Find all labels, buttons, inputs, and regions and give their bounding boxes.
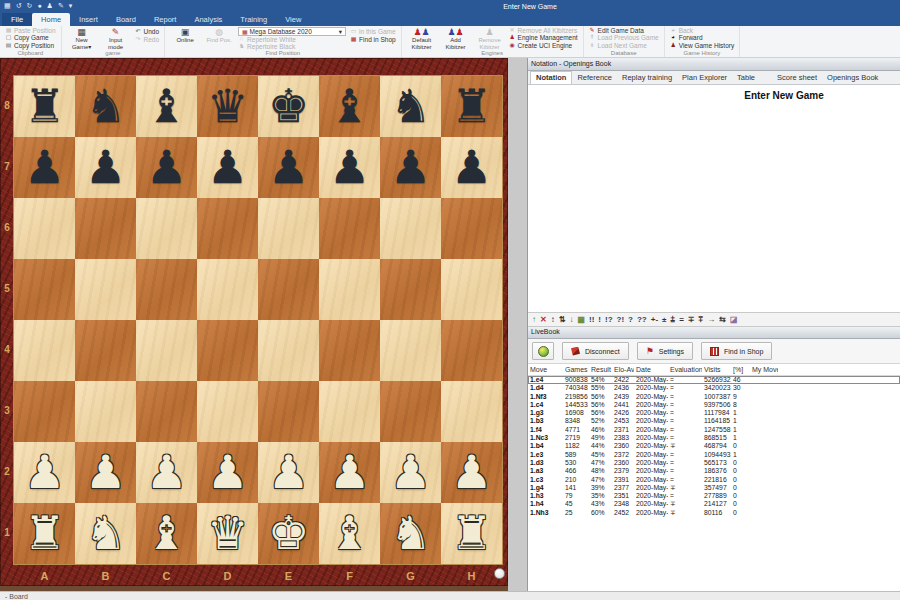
ribbon-tab-training[interactable]: Training: [231, 13, 276, 26]
annotation-symbol-7[interactable]: !: [598, 314, 601, 325]
livebook-cell: 1.e3: [528, 451, 563, 459]
annotation-symbol-3[interactable]: ⇅: [559, 314, 566, 325]
app-window: ▦↺↻●♟✎▾ Enter New Game FileHomeInsertBoa…: [0, 0, 900, 600]
ribbon: ▦Paste Position ▢Copy Game ▤Copy Positio…: [0, 26, 900, 58]
uci-engine-icon: ◉: [509, 42, 516, 49]
prev-game-icon: ↟: [589, 34, 596, 41]
find-in-this-game-button[interactable]: ▭in this Game: [350, 27, 396, 35]
annotation-symbol-18[interactable]: →: [707, 314, 715, 325]
livebook-cell: 1: [731, 451, 750, 459]
livebook-row[interactable]: 1.e358945%23722020-May-..=10944931: [528, 451, 900, 459]
annotation-symbol-10[interactable]: ?: [628, 314, 633, 325]
copy-position-button[interactable]: ▤Copy Position: [5, 42, 56, 49]
disconnect-button[interactable]: Disconnect: [562, 342, 629, 360]
black-pawn-piece: ♟: [146, 137, 187, 198]
livebook-row[interactable]: 1.g414139%23772020-May-1.∓3574970: [528, 484, 900, 492]
ribbon-tab-home[interactable]: Home: [32, 13, 70, 26]
livebook-cell: 565173: [702, 459, 731, 467]
square-b8[interactable]: ♞: [75, 76, 136, 137]
ball-icon[interactable]: ●: [37, 1, 41, 11]
square-c2[interactable]: ♟: [136, 442, 197, 503]
livebook-cell: =: [668, 492, 702, 500]
square-c8[interactable]: ♝: [136, 76, 197, 137]
livebook-header[interactable]: LiveBook: [528, 327, 900, 339]
livebook-cell: 1094493: [702, 451, 731, 459]
livebook-cell: 55%: [589, 384, 612, 392]
livebook-row[interactable]: 1.d474034855%24362020-May-..=3420023..30: [528, 384, 900, 392]
column-header-result[interactable]: Result: [589, 364, 612, 375]
livebook-cell: 1.g4: [528, 484, 563, 492]
livebook-cell: 1: [731, 417, 750, 425]
database-select[interactable]: ▦ Mega Database 2020▾: [238, 27, 346, 36]
square-a6[interactable]: [14, 198, 75, 259]
livebook-cell: 1.b3: [528, 417, 563, 425]
tab-reference[interactable]: Reference: [572, 72, 617, 84]
black-pawn-piece: ♟: [268, 137, 309, 198]
remove-all-kibitzers-button[interactable]: ✕Remove All Kibitzers: [509, 27, 578, 34]
ribbon-tab-bar: FileHomeInsertBoardReportAnalysisTrainin…: [0, 12, 900, 26]
livebook-cell: [750, 442, 778, 450]
annotation-symbol-6[interactable]: !!: [589, 314, 594, 325]
annotation-symbol-0[interactable]: ↑: [532, 314, 536, 325]
livebook-cell: [750, 434, 778, 442]
livebook-cell: 0: [731, 509, 750, 517]
livebook-cell: 141: [563, 484, 589, 492]
livebook-cell: 277889: [702, 492, 731, 500]
square-d3[interactable]: [197, 381, 258, 442]
remove-all-icon: ✕: [509, 27, 516, 34]
square-a3[interactable]: [14, 381, 75, 442]
square-f1[interactable]: ♝: [319, 503, 380, 564]
livebook-cell: ∓: [668, 484, 702, 492]
livebook-cell: 0: [731, 500, 750, 508]
annotation-symbol-15[interactable]: =: [679, 314, 684, 325]
square-f3[interactable]: [319, 381, 380, 442]
square-f8[interactable]: ♝: [319, 76, 380, 137]
file-label-d: D: [197, 566, 258, 586]
remove-kibitzer-button[interactable]: ♟ RemoveKibitzer: [475, 27, 505, 49]
chess-board[interactable]: ♜♞♝♛♚♝♞♜♟♟♟♟♟♟♟♟♟♟♟♟♟♟♟♟♜♞♝♛♚♝♞♜: [14, 76, 502, 564]
connection-sphere-icon: [538, 346, 549, 357]
back-button[interactable]: ◕Back: [670, 27, 735, 34]
square-g3[interactable]: [380, 381, 441, 442]
board-icon[interactable]: ▦: [4, 1, 11, 11]
square-g2[interactable]: ♟: [380, 442, 441, 503]
livebook-cell: 1.d3: [528, 459, 563, 467]
square-c3[interactable]: [136, 381, 197, 442]
shop-icon: ▦: [350, 36, 357, 43]
livebook-cell: 80116: [702, 509, 731, 517]
square-h5[interactable]: [441, 259, 502, 320]
livebook-cell: 39%: [589, 484, 612, 492]
livebook-cell: [750, 459, 778, 467]
square-a2[interactable]: ♟: [14, 442, 75, 503]
annotation-symbol-4[interactable]: ↓: [569, 314, 573, 325]
edit-game-data-button[interactable]: ✎Edit Game Data: [589, 27, 659, 34]
square-e8[interactable]: ♚: [258, 76, 319, 137]
copy-position-icon: ▤: [5, 42, 12, 49]
annotation-symbol-2[interactable]: ↕: [551, 314, 555, 325]
livebook-cell: 45%: [589, 451, 612, 459]
black-pawn-piece: ♟: [24, 137, 65, 198]
notation-pane: Notation - Openings Book NotationReferen…: [527, 58, 900, 591]
square-e7[interactable]: ♟: [258, 137, 319, 198]
find-position-button[interactable]: ◍ Find Pos.: [204, 27, 234, 49]
livebook-cell: 2020-May-..: [634, 509, 668, 517]
livebook-cell: 2391: [612, 476, 634, 484]
column-header-date[interactable]: Date: [634, 364, 668, 375]
black-queen-piece: ♛: [207, 76, 248, 137]
white-pawn-piece: ♟: [451, 442, 492, 503]
livebook-row[interactable]: 1.c414453356%24412020-May-..=93975068: [528, 401, 900, 409]
livebook-cell: [750, 376, 778, 384]
livebook-cell: [750, 467, 778, 475]
square-f2[interactable]: ♟: [319, 442, 380, 503]
add-kibitzer-button[interactable]: ♟♟ AddKibitzer: [441, 27, 471, 49]
livebook-cell: 1247558: [702, 426, 731, 434]
annotation-symbol-9[interactable]: ?!: [617, 314, 625, 325]
square-c7[interactable]: ♟: [136, 137, 197, 198]
livebook-cell: 2020-May-..: [634, 409, 668, 417]
square-f4[interactable]: [319, 320, 380, 381]
tab-score-sheet[interactable]: Score sheet: [772, 72, 822, 84]
square-e1[interactable]: ♚: [258, 503, 319, 564]
livebook-cell: 1117984: [702, 409, 731, 417]
annotation-symbol-17[interactable]: ⩱: [699, 314, 704, 325]
livebook-row[interactable]: 1.b3834852%24532020-May-..=11641851: [528, 417, 900, 425]
livebook-row[interactable]: 1.h44543%23482020-May-1.∓2141270: [528, 500, 900, 508]
load-previous-game-button[interactable]: ↟Load Previous Game: [589, 34, 659, 41]
livebook-cell: 2441: [612, 401, 634, 409]
square-c1[interactable]: ♝: [136, 503, 197, 564]
square-c5[interactable]: [136, 259, 197, 320]
file-label-h: H: [441, 566, 502, 586]
livebook-cell: 530: [563, 459, 589, 467]
rank-label-8: 8: [0, 100, 14, 111]
find-in-shop-button[interactable]: ▦Find in Shop: [350, 35, 396, 43]
livebook-cell: 1.b4: [528, 442, 563, 450]
livebook-table: MoveGamesResultElo-AvDateEvaluationVisit…: [528, 364, 900, 591]
column-header-move[interactable]: Move: [528, 364, 563, 375]
livebook-cell: =: [668, 467, 702, 475]
livebook-cell: 357497: [702, 484, 731, 492]
square-h6[interactable]: [441, 198, 502, 259]
remove-kibitzer-icon: ♟: [486, 27, 494, 37]
livebook-row[interactable]: 1.f4477146%23712020-May-..=12475581: [528, 426, 900, 434]
livebook-cell: =: [668, 376, 702, 384]
livebook-row[interactable]: 1.Nc3271949%23832020-May-..=8685151: [528, 434, 900, 442]
square-h7[interactable]: ♟: [441, 137, 502, 198]
livebook-cell: =: [668, 384, 702, 392]
copy-game-button[interactable]: ▢Copy Game: [5, 34, 56, 41]
paste-position-button[interactable]: ▦Paste Position: [5, 27, 56, 34]
livebook-connection-status-button[interactable]: [532, 342, 554, 360]
square-b1[interactable]: ♞: [75, 503, 136, 564]
square-g6[interactable]: [380, 198, 441, 259]
livebook-row[interactable]: 1.a346648%23792020-May-..=1863760: [528, 467, 900, 475]
livebook-cell: 2020-May-..: [634, 426, 668, 434]
tab-replay-training[interactable]: Replay training: [617, 72, 677, 84]
livebook-cell: 52%: [589, 417, 612, 425]
square-d1[interactable]: ♛: [197, 503, 258, 564]
redo-icon[interactable]: ↻: [27, 1, 33, 11]
file-label-g: G: [380, 566, 441, 586]
square-b6[interactable]: [75, 198, 136, 259]
main-area: ♜♞♝♛♚♝♞♜♟♟♟♟♟♟♟♟♟♟♟♟♟♟♟♟♜♞♝♛♚♝♞♜ 8765432…: [0, 58, 900, 591]
pencil-icon: ✎: [112, 27, 120, 37]
square-f7[interactable]: ♟: [319, 137, 380, 198]
square-a5[interactable]: [14, 259, 75, 320]
annotation-symbol-11[interactable]: ??: [637, 314, 647, 325]
livebook-cell: 1.c3: [528, 476, 563, 484]
file-label-b: B: [75, 566, 136, 586]
livebook-cell: 1: [731, 434, 750, 442]
square-h2[interactable]: ♟: [441, 442, 502, 503]
square-g7[interactable]: ♟: [380, 137, 441, 198]
livebook-cell: 2020-May-..: [634, 376, 668, 384]
livebook-cell: 2453: [612, 417, 634, 425]
square-a1[interactable]: ♜: [14, 503, 75, 564]
livebook-cell: =: [668, 476, 702, 484]
livebook-cell: 589: [563, 451, 589, 459]
square-d5[interactable]: [197, 259, 258, 320]
white-pawn-piece: ♟: [207, 442, 248, 503]
square-f6[interactable]: [319, 198, 380, 259]
livebook-cell: 2020-May-..: [634, 467, 668, 475]
annotation-symbol-19[interactable]: ⇆: [719, 314, 726, 325]
square-d2[interactable]: ♟: [197, 442, 258, 503]
livebook-row[interactable]: 1.e490083854%24222020-May-..=5266932..46: [528, 376, 900, 384]
livebook-row[interactable]: 1.b4118244%23602020-May-..∓4687940: [528, 442, 900, 450]
white-bishop-piece: ♝: [146, 503, 187, 564]
livebook-row[interactable]: 1.h37935%23512020-May-..=2778890: [528, 492, 900, 500]
livebook-cell: 9: [731, 393, 750, 401]
livebook-cell: 8: [731, 401, 750, 409]
white-pawn-piece: ♟: [24, 442, 65, 503]
square-g4[interactable]: [380, 320, 441, 381]
square-c4[interactable]: [136, 320, 197, 381]
engine-management-button[interactable]: ♟Engine Management: [509, 34, 578, 41]
tab-plan-explorer[interactable]: Plan Explorer: [677, 72, 732, 84]
square-d6[interactable]: [197, 198, 258, 259]
ribbon-tab-view[interactable]: View: [276, 13, 310, 26]
square-b2[interactable]: ♟: [75, 442, 136, 503]
annotation-symbol-20[interactable]: ◪: [730, 314, 738, 325]
input-mode-button[interactable]: ✎ Input mode: [101, 27, 131, 49]
settings-flag-icon: ⚑: [646, 347, 654, 356]
undo-icon[interactable]: ↺: [16, 1, 22, 11]
livebook-cell: =: [668, 393, 702, 401]
livebook-cell: =: [668, 451, 702, 459]
ribbon-tab-report[interactable]: Report: [145, 13, 186, 26]
notation-pane-header[interactable]: Notation - Openings Book: [528, 58, 900, 71]
ribbon-group-database: ✎Edit Game Data ↟Load Previous Game ↡Loa…: [584, 26, 665, 57]
square-h1[interactable]: ♜: [441, 503, 502, 564]
repertoire-white-button[interactable]: ♘Repertoire White: [238, 36, 346, 43]
square-g8[interactable]: ♞: [380, 76, 441, 137]
livebook-cell: 868515: [702, 434, 731, 442]
square-b3[interactable]: [75, 381, 136, 442]
square-e6[interactable]: [258, 198, 319, 259]
livebook-cell: 2422: [612, 376, 634, 384]
online-button[interactable]: ▣ Online: [170, 27, 200, 49]
livebook-cell: =: [668, 409, 702, 417]
livebook-cell: 3420023..: [702, 384, 731, 392]
settings-button[interactable]: ⚑Settings: [637, 342, 693, 360]
livebook-row[interactable]: 1.g31690856%24262020-May-..=11179841: [528, 409, 900, 417]
livebook-cell: [750, 417, 778, 425]
black-pawn-piece: ♟: [329, 137, 370, 198]
livebook-cell: 0: [731, 467, 750, 475]
livebook-cell: =: [668, 459, 702, 467]
column-header-visits[interactable]: Visits: [702, 364, 731, 375]
edit-icon: ✎: [589, 27, 596, 34]
square-e5[interactable]: [258, 259, 319, 320]
livebook-cell: 60%: [589, 509, 612, 517]
square-e3[interactable]: [258, 381, 319, 442]
square-d4[interactable]: [197, 320, 258, 381]
in-game-icon: ▭: [350, 28, 357, 35]
ribbon-tab-file[interactable]: File: [2, 13, 32, 26]
ribbon-group-find-position: ▣ Online ◍ Find Pos. ▦ Mega Database 202…: [165, 26, 402, 57]
livebook-cell: 0: [731, 459, 750, 467]
square-b7[interactable]: ♟: [75, 137, 136, 198]
livebook-cell: 186376: [702, 467, 731, 475]
square-g1[interactable]: ♞: [380, 503, 441, 564]
ribbon-group-game-history: ◕Back ◕Forward ♟View Game History Game H…: [665, 26, 741, 57]
square-b5[interactable]: [75, 259, 136, 320]
tab-table[interactable]: Table: [732, 72, 760, 84]
ribbon-tab-insert[interactable]: Insert: [70, 13, 107, 26]
square-e4[interactable]: [258, 320, 319, 381]
livebook-cell: 0: [731, 442, 750, 450]
livebook-cell: 2020-May-1.: [634, 484, 668, 492]
column-header-evaluation[interactable]: Evaluation: [668, 364, 702, 375]
livebook-cell: 2020-May-..: [634, 442, 668, 450]
file-label-e: E: [258, 566, 319, 586]
annotation-symbol-12[interactable]: +-: [651, 314, 658, 325]
rank-label-1: 1: [0, 527, 14, 538]
square-b4[interactable]: [75, 320, 136, 381]
livebook-cell: 466: [563, 467, 589, 475]
ribbon-tab-analysis[interactable]: Analysis: [185, 13, 231, 26]
livebook-cell: [750, 484, 778, 492]
livebook-cell: 1.a3: [528, 467, 563, 475]
livebook-row[interactable]: 1.c321047%23912020-May-..=2218160: [528, 476, 900, 484]
livebook-cell: 46%: [589, 426, 612, 434]
square-e2[interactable]: ♟: [258, 442, 319, 503]
paste-icon: ▦: [5, 27, 12, 34]
square-g5[interactable]: [380, 259, 441, 320]
column-header-eloav[interactable]: Elo-Av: [612, 364, 634, 375]
square-d7[interactable]: ♟: [197, 137, 258, 198]
black-pawn-piece: ♟: [85, 137, 126, 198]
annotation-symbol-5[interactable]: ▦: [577, 314, 585, 325]
quick-access-toolbar: ▦↺↻●♟✎▾: [4, 1, 72, 11]
create-uci-engine-button[interactable]: ◉Create UCI Engine: [509, 42, 578, 49]
online-icon: ▣: [181, 27, 190, 37]
notation-message: Enter New Game: [528, 90, 900, 101]
tab-notation[interactable]: Notation: [530, 71, 572, 84]
white-pawn-piece: ♟: [85, 442, 126, 503]
square-a7[interactable]: ♟: [14, 137, 75, 198]
undo-button[interactable]: ↶Undo: [135, 27, 160, 35]
default-kibitzer-button[interactable]: ♟♟ DefaultKibitzer: [407, 27, 437, 49]
notation-area[interactable]: Enter New Game: [528, 85, 900, 312]
square-a4[interactable]: [14, 320, 75, 381]
find-in-shop-livebook-button[interactable]: Find in Shop: [701, 342, 772, 360]
annotation-toolbar: ↑✕↕⇅↓▦!!!!??!???+-±⩲=∓⩱→⇆◪: [528, 312, 900, 327]
column-header-mymoves[interactable]: My Moves: [750, 364, 778, 375]
annotation-symbol-1[interactable]: ✕: [540, 314, 547, 325]
livebook-cell: 16908: [563, 409, 589, 417]
livebook-cell: 2719: [563, 434, 589, 442]
livebook-cell: 45: [563, 500, 589, 508]
pen-icon[interactable]: ✎: [58, 1, 64, 11]
livebook-cell: 2383: [612, 434, 634, 442]
ribbon-tab-board[interactable]: Board: [107, 13, 145, 26]
annotation-symbol-16[interactable]: ∓: [688, 314, 695, 325]
column-header-%[interactable]: [%]: [731, 364, 750, 375]
board-panel: ♜♞♝♛♚♝♞♜♟♟♟♟♟♟♟♟♟♟♟♟♟♟♟♟♜♞♝♛♚♝♞♜ 8765432…: [0, 58, 527, 591]
livebook-row[interactable]: 1.Nh32560%24522020-May-..∓801160: [528, 509, 900, 517]
ribbon-group-engines: ♟♟ DefaultKibitzer ♟♟ AddKibitzer ♟ Remo…: [402, 26, 584, 57]
square-d8[interactable]: ♛: [197, 76, 258, 137]
livebook-cell: 2020-May-..: [634, 476, 668, 484]
window-title: Enter New Game: [470, 2, 590, 11]
annotation-symbol-8[interactable]: !?: [605, 314, 613, 325]
square-a8[interactable]: ♜: [14, 76, 75, 137]
white-queen-piece: ♛: [207, 503, 248, 564]
livebook-cell: 1.f4: [528, 426, 563, 434]
square-h4[interactable]: [441, 320, 502, 381]
livebook-cell: 2371: [612, 426, 634, 434]
livebook-cell: 1182: [563, 442, 589, 450]
square-h8[interactable]: ♜: [441, 76, 502, 137]
dropdown-icon[interactable]: ▾: [69, 1, 73, 11]
column-header-games[interactable]: Games: [563, 364, 589, 375]
livebook-cell: 1.Nf3: [528, 393, 563, 401]
annotation-symbol-13[interactable]: ±: [662, 314, 666, 325]
square-f5[interactable]: [319, 259, 380, 320]
square-c6[interactable]: [136, 198, 197, 259]
livebook-row[interactable]: 1.d353047%23602020-May-..=5651730: [528, 459, 900, 467]
view-game-history-button[interactable]: ♟View Game History: [670, 42, 735, 49]
new-game-button[interactable]: ▦ New Game▾: [67, 27, 97, 49]
square-h3[interactable]: [441, 381, 502, 442]
livebook-cell: 44%: [589, 442, 612, 450]
annotation-symbol-14[interactable]: ⩲: [671, 314, 676, 325]
livebook-cell: 210: [563, 476, 589, 484]
livebook-row[interactable]: 1.Nf321985656%24392020-May-..=1007387..9: [528, 393, 900, 401]
livebook-cell: 2020-May-..: [634, 417, 668, 425]
load-next-game-button[interactable]: ↡Load Next Game: [589, 42, 659, 49]
livebook-cell: 1.h4: [528, 500, 563, 508]
forward-button[interactable]: ◕Forward: [670, 34, 735, 41]
livebook-cell: 1.d4: [528, 384, 563, 392]
pawn-icon[interactable]: ♟: [47, 1, 53, 11]
tab-openings-book[interactable]: Openings Book: [822, 72, 883, 84]
redo-button[interactable]: ↷Redo: [135, 35, 160, 43]
livebook-cell: 2360: [612, 459, 634, 467]
livebook-cell: [750, 426, 778, 434]
livebook-cell: 2379: [612, 467, 634, 475]
white-knight-piece: ♞: [85, 503, 126, 564]
livebook-cell: 79: [563, 492, 589, 500]
status-label: - Board: [5, 593, 28, 600]
rank-label-3: 3: [0, 405, 14, 416]
file-label-c: C: [136, 566, 197, 586]
